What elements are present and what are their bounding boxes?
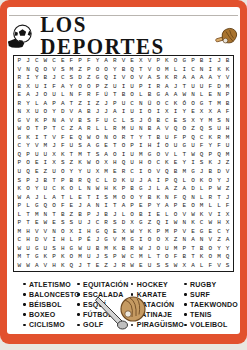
grid-cell: E xyxy=(32,219,41,228)
grid-cell: T xyxy=(24,253,33,262)
grid-cell: D xyxy=(119,219,128,228)
grid-cell: Q xyxy=(171,125,180,134)
grid-cell: I xyxy=(137,236,146,245)
grid-cell: S xyxy=(163,261,172,270)
grid-cell: O xyxy=(76,83,85,92)
grid-cell: O xyxy=(93,134,102,143)
grid-cell: L xyxy=(32,100,41,109)
grid-cell: E xyxy=(67,202,76,211)
grid-cell: V xyxy=(180,210,189,219)
grid-cell: F xyxy=(171,134,180,143)
word-label: VOLEIBOL xyxy=(190,321,227,328)
grid-cell: U xyxy=(41,185,50,194)
grid-cell: Z xyxy=(171,236,180,245)
grid-cell: W xyxy=(15,193,24,202)
grid-cell: D xyxy=(32,236,41,245)
grid-cell: A xyxy=(119,202,128,211)
grid-cell: W xyxy=(128,261,137,270)
grid-cell: K xyxy=(110,244,119,253)
worksheet: LOS DEPORTES PJCWCEFPFYARVEXVPKOGPBIJBVN… xyxy=(0,0,247,350)
grid-cell: Y xyxy=(137,193,146,202)
grid-cell: A xyxy=(32,261,41,270)
bullet-icon xyxy=(184,324,187,327)
grid-cell: B xyxy=(206,168,215,177)
grid-cell: O xyxy=(93,66,102,75)
grid-cell: U xyxy=(110,83,119,92)
word-list-item: HOCKEY xyxy=(131,279,184,289)
grid-cell: O xyxy=(206,253,215,262)
grid-cell: P xyxy=(154,57,163,66)
grid-cell: Q xyxy=(119,159,128,168)
grid-cell: K xyxy=(154,193,163,202)
grid-cell: L xyxy=(102,125,111,134)
word-list-item: RUGBY xyxy=(184,279,238,289)
grid-cell: O xyxy=(24,185,33,194)
grid-cell: Y xyxy=(137,134,146,143)
grid-cell: Q xyxy=(180,193,189,202)
page: LOS DEPORTES PJCWCEFPFYARVEXVPKOGPBIJBVN… xyxy=(7,7,240,334)
grid-cell: L xyxy=(197,185,206,194)
grid-cell: U xyxy=(84,168,93,177)
grid-cell: K xyxy=(58,151,67,160)
grid-cell: T xyxy=(50,210,59,219)
grid-cell: J xyxy=(32,176,41,185)
grid-cell: H xyxy=(102,185,111,194)
grid-cell: M xyxy=(67,66,76,75)
grid-cell: C xyxy=(197,219,206,228)
grid-cell: S xyxy=(84,117,93,126)
grid-cell: P xyxy=(110,253,119,262)
grid-cell: E xyxy=(154,210,163,219)
grid-cell: A xyxy=(163,83,172,92)
grid-cell: K xyxy=(189,219,198,228)
grid-cell: M xyxy=(76,151,85,160)
grid-cell: C xyxy=(93,219,102,228)
grid-cell: A xyxy=(163,185,172,194)
grid-cell: N xyxy=(102,134,111,143)
grid-cell: F xyxy=(76,91,85,100)
grid-cell: R xyxy=(84,91,93,100)
grid-cell: O xyxy=(180,125,189,134)
grid-cell: U xyxy=(163,244,172,253)
grid-cell: T xyxy=(41,134,50,143)
grid-cell: P xyxy=(50,100,59,109)
grid-cell: B xyxy=(119,244,128,253)
grid-cell: W xyxy=(215,185,224,194)
grid-cell: A xyxy=(223,236,232,245)
grid-cell: S xyxy=(15,176,24,185)
grid-cell: H xyxy=(145,142,154,151)
grid-cell: W xyxy=(137,244,146,253)
grid-cell: K xyxy=(110,185,119,194)
grid-cell: C xyxy=(215,227,224,236)
word-list-item: SURF xyxy=(184,289,238,299)
grid-cell: G xyxy=(145,151,154,160)
grid-cell: J xyxy=(215,57,224,66)
grid-cell: O xyxy=(93,159,102,168)
grid-cell: O xyxy=(171,57,180,66)
grid-cell: T xyxy=(84,261,93,270)
grid-cell: J xyxy=(24,57,33,66)
orange-frame: LOS DEPORTES PJCWCEFPFYARVEXVPKOGPBIJBVN… xyxy=(0,0,247,344)
grid-cell: X xyxy=(24,83,33,92)
bullet-icon xyxy=(23,303,26,306)
grid-cell: Y xyxy=(223,227,232,236)
grid-cell: S xyxy=(154,261,163,270)
grid-cell: J xyxy=(137,117,146,126)
grid-cell: X xyxy=(189,117,198,126)
grid-cell: O xyxy=(154,66,163,75)
grid-cell: F xyxy=(58,202,67,211)
grid-cell: A xyxy=(110,108,119,117)
grid-cell: P xyxy=(154,227,163,236)
grid-cell: Z xyxy=(41,168,50,177)
grid-cell: É xyxy=(84,236,93,245)
grid-cell: O xyxy=(206,244,215,253)
grid-cell: F xyxy=(93,117,102,126)
grid-cell: K xyxy=(119,176,128,185)
grid-cell: X xyxy=(163,108,172,117)
grid-cell: X xyxy=(128,219,137,228)
grid-cell: U xyxy=(32,108,41,117)
grid-cell: G xyxy=(93,142,102,151)
grid-cell: O xyxy=(41,66,50,75)
grid-cell: B xyxy=(84,108,93,117)
grid-cell: M xyxy=(41,142,50,151)
grid-cell: O xyxy=(119,193,128,202)
bullet-icon xyxy=(77,283,80,286)
grid-cell: E xyxy=(128,57,137,66)
grid-cell: J xyxy=(215,159,224,168)
grid-cell: Q xyxy=(102,227,111,236)
baseball-glove-icon xyxy=(215,24,240,49)
grid-cell: E xyxy=(102,142,111,151)
grid-cell: I xyxy=(180,66,189,75)
grid-cell: C xyxy=(15,236,24,245)
grid-cell: L xyxy=(197,261,206,270)
glove-and-bat-icon xyxy=(95,294,149,334)
grid-cell: W xyxy=(128,227,137,236)
grid-cell: A xyxy=(50,193,59,202)
grid-cell: O xyxy=(102,66,111,75)
grid-cell: J xyxy=(93,210,102,219)
grid-cell: G xyxy=(93,227,102,236)
grid-cell: D xyxy=(215,168,224,177)
grid-cell: O xyxy=(110,134,119,143)
grid-cell: G xyxy=(197,227,206,236)
grid-cell: Q xyxy=(15,151,24,160)
grid-cell: H xyxy=(110,159,119,168)
grid-cell: Y xyxy=(154,202,163,211)
grid-cell: Y xyxy=(215,176,224,185)
grid-cell: C xyxy=(128,168,137,177)
grid-cell: O xyxy=(189,100,198,109)
grid-cell: N xyxy=(67,91,76,100)
grid-cell: V xyxy=(180,227,189,236)
grid-cell: N xyxy=(163,193,172,202)
grid-cell: I xyxy=(206,57,215,66)
grid-cell: S xyxy=(206,125,215,134)
grid-cell: F xyxy=(206,83,215,92)
grid-cell: E xyxy=(110,227,119,236)
grid-cell: M xyxy=(163,227,172,236)
grid-cell: B xyxy=(137,210,146,219)
grid-cell: Y xyxy=(206,142,215,151)
grid-cell: I xyxy=(137,142,146,151)
grid-cell: J xyxy=(32,193,41,202)
grid-cell: K xyxy=(58,261,67,270)
grid-cell: U xyxy=(171,142,180,151)
grid-cell: Z xyxy=(145,219,154,228)
grid-cell: T xyxy=(189,244,198,253)
grid-cell: Q xyxy=(189,134,198,143)
grid-cell: T xyxy=(84,151,93,160)
grid-cell: Z xyxy=(67,125,76,134)
grid-cell: C xyxy=(15,142,24,151)
grid-cell: P xyxy=(84,210,93,219)
grid-cell: O xyxy=(119,142,128,151)
grid-cell: K xyxy=(206,159,215,168)
grid-cell: W xyxy=(119,253,128,262)
grid-cell: J xyxy=(223,193,232,202)
grid-cell: O xyxy=(128,74,137,83)
grid-cell: K xyxy=(223,66,232,75)
grid-cell: W xyxy=(41,219,50,228)
bullet-icon xyxy=(184,303,187,306)
grid-cell: N xyxy=(93,202,102,211)
grid-cell: L xyxy=(93,125,102,134)
grid-cell: W xyxy=(189,151,198,160)
grid-cell: F xyxy=(206,261,215,270)
grid-cell: M xyxy=(215,100,224,109)
grid-cell: Í xyxy=(154,142,163,151)
grid-cell: O xyxy=(41,108,50,117)
grid-cell: A xyxy=(163,91,172,100)
grid-cell: R xyxy=(215,134,224,143)
grid-cell: B xyxy=(41,74,50,83)
grid-cell: I xyxy=(154,108,163,117)
grid-cell: N xyxy=(197,66,206,75)
bullet-icon xyxy=(23,313,26,316)
grid-cell: T xyxy=(215,193,224,202)
grid-cell: Q xyxy=(32,66,41,75)
grid-cell: J xyxy=(76,261,85,270)
grid-cell: N xyxy=(180,219,189,228)
grid-cell: R xyxy=(119,134,128,143)
grid-cell: E xyxy=(32,159,41,168)
grid-cell: Z xyxy=(84,74,93,83)
grid-cell: U xyxy=(128,176,137,185)
grid-cell: U xyxy=(84,253,93,262)
grid-cell: W xyxy=(41,57,50,66)
grid-cell: S xyxy=(93,151,102,160)
grid-cell: M xyxy=(163,66,172,75)
grid-cell: V xyxy=(206,210,215,219)
grid-cell: P xyxy=(128,142,137,151)
grid-cell: V xyxy=(32,142,41,151)
grid-cell: M xyxy=(137,253,146,262)
grid-cell: U xyxy=(215,125,224,134)
grid-cell: A xyxy=(145,176,154,185)
grid-cell: V xyxy=(163,151,172,160)
grid-cell: M xyxy=(206,117,215,126)
grid-cell: Q xyxy=(223,253,232,262)
grid-cell: A xyxy=(24,91,33,100)
grid-cell: U xyxy=(128,151,137,160)
grid-cell: F xyxy=(93,91,102,100)
grid-cell: I xyxy=(41,83,50,92)
grid-cell: K xyxy=(24,134,33,143)
grid-cell: E xyxy=(137,261,146,270)
grid-cell: A xyxy=(215,108,224,117)
grid-cell: G xyxy=(137,219,146,228)
grid-cell: C xyxy=(189,66,198,75)
grid-cell: W xyxy=(93,185,102,194)
grid-cell: B xyxy=(145,125,154,134)
grid-cell: Z xyxy=(76,100,85,109)
grid-cell: Ü xyxy=(145,100,154,109)
grid-cell: W xyxy=(171,219,180,228)
grid-cell: U xyxy=(163,134,172,143)
grid-cell: X xyxy=(137,57,146,66)
word-label: TAEKWONDO xyxy=(190,301,238,308)
grid-cell: K xyxy=(15,185,24,194)
grid-cell: N xyxy=(137,100,146,109)
grid-cell: B xyxy=(171,168,180,177)
grid-cell: Y xyxy=(215,244,224,253)
grid-cell: O xyxy=(41,91,50,100)
grid-cell: C xyxy=(50,185,59,194)
grid-cell: L xyxy=(145,253,154,262)
word-list-item: EQUITACIÓN xyxy=(77,279,131,289)
grid-cell: P xyxy=(171,227,180,236)
grid-cell: N xyxy=(215,91,224,100)
grid-cell: V xyxy=(145,66,154,75)
grid-cell: A xyxy=(180,185,189,194)
grid-cell: C xyxy=(128,100,137,109)
grid-cell: E xyxy=(171,159,180,168)
grid-cell: E xyxy=(189,227,198,236)
grid-cell: Z xyxy=(189,125,198,134)
grid-cell: O xyxy=(110,151,119,160)
grid-cell: F xyxy=(67,57,76,66)
grid-cell: K xyxy=(197,253,206,262)
grid-cell: V xyxy=(119,57,128,66)
grid-cell: T xyxy=(67,151,76,160)
grid-cell: A xyxy=(145,74,154,83)
grid-cell: K xyxy=(145,227,154,236)
grid-cell: V xyxy=(215,261,224,270)
grid-cell: C xyxy=(197,134,206,143)
grid-cell: O xyxy=(154,236,163,245)
grid-cell: H xyxy=(50,261,59,270)
grid-cell: Z xyxy=(102,83,111,92)
bullet-icon xyxy=(184,313,187,316)
grid-cell: V xyxy=(67,108,76,117)
grid-cell: Y xyxy=(67,83,76,92)
grid-cell: L xyxy=(180,176,189,185)
grid-cell: B xyxy=(197,57,206,66)
grid-cell: B xyxy=(197,244,206,253)
grid-cell: O xyxy=(171,210,180,219)
grid-cell: E xyxy=(171,117,180,126)
grid-cell: A xyxy=(58,117,67,126)
grid-cell: I xyxy=(137,168,146,177)
grid-cell: L xyxy=(171,151,180,160)
grid-cell: K xyxy=(163,159,172,168)
grid-cell: P xyxy=(24,151,33,160)
grid-cell: M xyxy=(197,202,206,211)
grid-cell: Ó xyxy=(145,117,154,126)
grid-cell: A xyxy=(41,100,50,109)
grid-cell: K xyxy=(197,210,206,219)
grid-cell: S xyxy=(58,66,67,75)
grid-cell: P xyxy=(24,176,33,185)
grid-cell: I xyxy=(171,108,180,117)
grid-cell: T xyxy=(180,151,189,160)
grid-cell: J xyxy=(223,176,232,185)
grid-cell: B xyxy=(145,91,154,100)
grid-cell: A xyxy=(102,151,111,160)
grid-cell: T xyxy=(32,125,41,134)
grid-cell: U xyxy=(189,142,198,151)
grid-cell: W xyxy=(15,125,24,134)
grid-cell: Q xyxy=(163,168,172,177)
word-label: EQUITACIÓN xyxy=(83,281,128,288)
grid-cell: X xyxy=(24,108,33,117)
grid-cell: Y xyxy=(137,227,146,236)
grid-cell: L xyxy=(58,91,67,100)
grid-cell: L xyxy=(102,176,111,185)
grid-cell: R xyxy=(15,74,24,83)
grid-cell: M xyxy=(15,227,24,236)
grid-cell: Y xyxy=(24,142,33,151)
grid-cell: U xyxy=(223,142,232,151)
grid-cell: B xyxy=(180,253,189,262)
grid-cell: U xyxy=(15,168,24,177)
grid-cell: L xyxy=(15,210,24,219)
word-list-item: TAEKWONDO xyxy=(184,299,238,309)
grid-cell: L xyxy=(24,202,33,211)
grid-cell: V xyxy=(163,125,172,134)
grid-cell: M xyxy=(223,134,232,143)
word-label: HOCKEY xyxy=(137,281,168,288)
grid-cell: T xyxy=(145,134,154,143)
grid-cell: R xyxy=(154,83,163,92)
grid-cell: V xyxy=(67,117,76,126)
grid-cell: U xyxy=(119,100,128,109)
grid-cell: U xyxy=(128,83,137,92)
word-list-column: RUGBYSURFTAEKWONDOTENISVOLEIBOL xyxy=(184,279,238,330)
grid-cell: M xyxy=(180,168,189,177)
grid-cell: M xyxy=(102,244,111,253)
word-label: BALONCESTO xyxy=(29,291,80,298)
word-label: TENIS xyxy=(190,311,212,318)
grid-cell: O xyxy=(145,168,154,177)
grid-cell: U xyxy=(76,219,85,228)
grid-cell: J xyxy=(76,202,85,211)
grid-cell: Q xyxy=(102,74,111,83)
grid-cell: O xyxy=(58,168,67,177)
grid-cell: L xyxy=(197,193,206,202)
grid-cell: P xyxy=(171,202,180,211)
grid-cell: B xyxy=(102,210,111,219)
grid-cell: O xyxy=(50,202,59,211)
grid-cell: I xyxy=(24,74,33,83)
grid-cell: M xyxy=(215,253,224,262)
grid-cell: S xyxy=(180,117,189,126)
grid-cell: O xyxy=(163,253,172,262)
